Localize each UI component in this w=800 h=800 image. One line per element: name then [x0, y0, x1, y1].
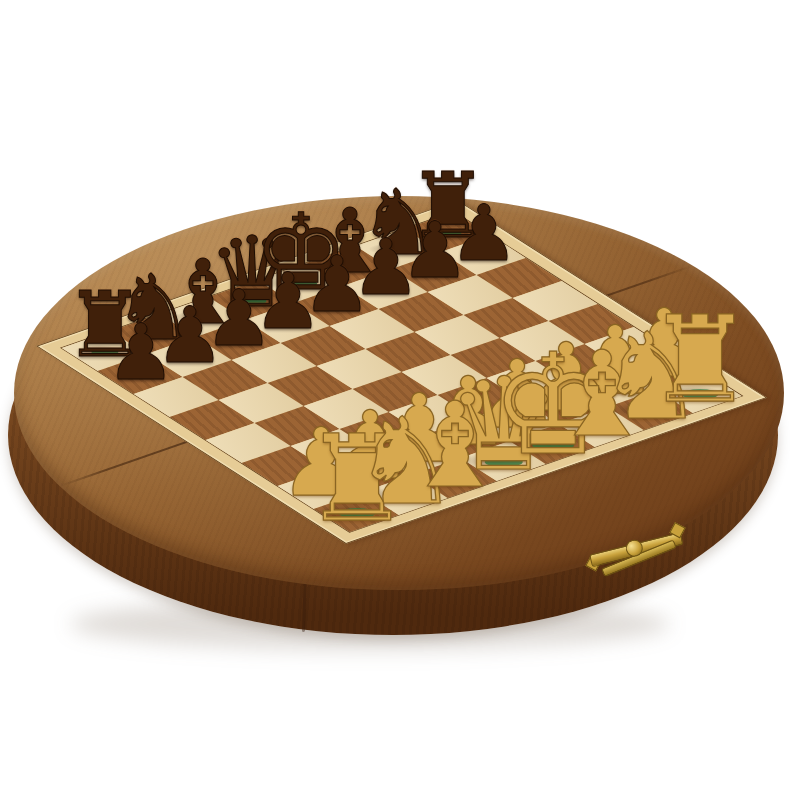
photo-canvas: ♜♞♝♛♚♝♞♜♟♟♟♟♟♟♟♟♟♟♟♟♟♟♟♟♜♞♝♛♚♝♞♜: [0, 0, 800, 800]
piece-white-rook[interactable]: ♜: [646, 300, 753, 419]
piece-black-pawn[interactable]: ♟: [449, 195, 518, 272]
